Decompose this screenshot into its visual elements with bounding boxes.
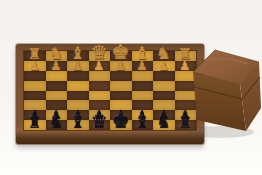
chess-piece: ♚: [112, 111, 130, 131]
board-square: [89, 91, 111, 101]
board-square: [67, 81, 89, 91]
wooden-box: [186, 46, 262, 142]
board-square: ♛: [89, 51, 111, 61]
board-grid: ♜♞♝♛♚♝♞♜♟♟♟♟♟♟♟♟♟♟♟♟♟♟♟♟♜♞♝♛♚♝♞♜: [24, 51, 196, 130]
chess-piece: ♟: [158, 109, 169, 121]
board-square: [89, 81, 111, 91]
board-square: ♝: [132, 120, 154, 130]
board-square: [153, 81, 175, 91]
board-square: [24, 91, 46, 101]
board-square: [67, 91, 89, 101]
scene-background: ♜♞♝♛♚♝♞♜♟♟♟♟♟♟♟♟♟♟♟♟♟♟♟♟♜♞♝♛♚♝♞♜: [0, 0, 262, 175]
board-square: [89, 71, 111, 81]
board-square: [153, 71, 175, 81]
chess-piece: ♟: [72, 60, 83, 72]
chess-piece: ♝: [70, 114, 85, 131]
chess-piece: ♟: [137, 60, 148, 72]
chess-board: ♜♞♝♛♚♝♞♜♟♟♟♟♟♟♟♟♟♟♟♟♟♟♟♟♜♞♝♛♚♝♞♜: [16, 44, 204, 144]
board-square: [132, 81, 154, 91]
chess-piece: ♟: [94, 109, 105, 121]
chess-piece: ♛: [91, 43, 108, 62]
board-square: ♚: [110, 120, 132, 130]
board-square: ♟: [132, 61, 154, 71]
board-square: ♜: [24, 51, 46, 61]
board-square: [110, 81, 132, 91]
chess-piece: ♟: [115, 60, 126, 72]
chess-piece: ♞: [49, 115, 63, 131]
chess-piece: ♟: [29, 109, 40, 121]
board-square: ♞: [153, 51, 175, 61]
board-square: [24, 71, 46, 81]
board-square: [46, 91, 68, 101]
chess-piece: ♜: [28, 47, 41, 62]
board-square: [46, 81, 68, 91]
board-square: ♞: [46, 120, 68, 130]
board-square: [132, 91, 154, 101]
chess-piece: ♜: [179, 47, 192, 62]
board-square: ♝: [67, 120, 89, 130]
board-square: [24, 81, 46, 91]
chess-piece: ♝: [135, 114, 150, 131]
chess-piece: ♞: [157, 46, 171, 62]
board-square: [110, 91, 132, 101]
board-square: [153, 91, 175, 101]
chess-piece: ♟: [51, 60, 62, 72]
chess-piece: ♟: [180, 109, 191, 121]
